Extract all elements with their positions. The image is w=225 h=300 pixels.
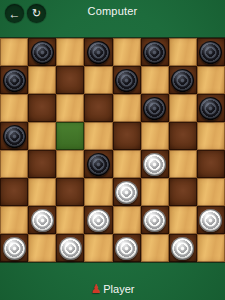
square-r2c5[interactable] [141,94,169,122]
square-r5c6[interactable] [169,178,197,206]
board [0,38,225,262]
square-r1c1 [28,66,56,94]
player-line: ♟ Player [91,283,135,295]
square-r2c6 [169,94,197,122]
square-r6c0 [0,206,28,234]
white-checker-piece[interactable] [115,237,138,260]
white-checker-piece[interactable] [59,237,82,260]
square-r7c0[interactable] [0,234,28,262]
square-r0c2 [56,38,84,66]
player-pawn-icon: ♟ [91,283,102,295]
player-label: Player [103,283,134,295]
bottom-bar: ♟ Player [0,262,225,300]
square-r2c3[interactable] [84,94,112,122]
square-r4c3[interactable] [84,150,112,178]
square-r5c2[interactable] [56,178,84,206]
square-r5c3 [84,178,112,206]
square-r4c0 [0,150,28,178]
square-r2c4 [113,94,141,122]
square-r2c0 [0,94,28,122]
square-r4c6 [169,150,197,178]
black-checker-piece[interactable] [31,41,54,64]
black-checker-piece[interactable] [143,97,166,120]
square-r1c4[interactable] [113,66,141,94]
square-r0c7[interactable] [197,38,225,66]
square-r6c5[interactable] [141,206,169,234]
square-r1c6[interactable] [169,66,197,94]
black-checker-piece[interactable] [199,97,222,120]
square-r6c7[interactable] [197,206,225,234]
opponent-title: Computer [0,0,225,22]
top-bar: ← ↻ Computer [0,0,225,28]
square-r7c5 [141,234,169,262]
square-r6c3[interactable] [84,206,112,234]
black-checker-piece[interactable] [87,153,110,176]
square-r7c2[interactable] [56,234,84,262]
square-r7c1 [28,234,56,262]
black-checker-piece[interactable] [87,41,110,64]
square-r1c5 [141,66,169,94]
square-r1c0[interactable] [0,66,28,94]
square-r0c0 [0,38,28,66]
square-r3c5 [141,122,169,150]
square-r7c3 [84,234,112,262]
square-r1c3 [84,66,112,94]
square-r1c2[interactable] [56,66,84,94]
square-r3c3 [84,122,112,150]
square-r0c4 [113,38,141,66]
square-r5c4[interactable] [113,178,141,206]
checkers-app: ← ↻ Computer ♟ Player [0,0,225,300]
square-r0c5[interactable] [141,38,169,66]
black-checker-piece[interactable] [199,41,222,64]
square-r4c2 [56,150,84,178]
square-r5c0[interactable] [0,178,28,206]
white-checker-piece[interactable] [143,153,166,176]
square-r3c0[interactable] [0,122,28,150]
square-r2c2 [56,94,84,122]
square-r5c1 [28,178,56,206]
white-checker-piece[interactable] [115,181,138,204]
white-checker-piece[interactable] [143,209,166,232]
square-r5c7 [197,178,225,206]
square-r2c7[interactable] [197,94,225,122]
square-r5c5 [141,178,169,206]
square-r6c6 [169,206,197,234]
black-checker-piece[interactable] [115,69,138,92]
square-r6c4 [113,206,141,234]
square-r2c1[interactable] [28,94,56,122]
square-r7c7 [197,234,225,262]
square-r3c2[interactable] [56,122,84,150]
square-r3c6[interactable] [169,122,197,150]
white-checker-piece[interactable] [171,237,194,260]
square-r3c4[interactable] [113,122,141,150]
black-checker-piece[interactable] [171,69,194,92]
square-r6c2 [56,206,84,234]
square-r4c4 [113,150,141,178]
square-r6c1[interactable] [28,206,56,234]
square-r3c7 [197,122,225,150]
square-r4c7[interactable] [197,150,225,178]
square-r4c1[interactable] [28,150,56,178]
square-r1c7 [197,66,225,94]
black-checker-piece[interactable] [3,125,26,148]
square-r3c1 [28,122,56,150]
white-checker-piece[interactable] [199,209,222,232]
square-r7c4[interactable] [113,234,141,262]
square-r7c6[interactable] [169,234,197,262]
square-r0c6 [169,38,197,66]
black-checker-piece[interactable] [3,69,26,92]
square-r4c5[interactable] [141,150,169,178]
white-checker-piece[interactable] [87,209,110,232]
black-checker-piece[interactable] [143,41,166,64]
white-checker-piece[interactable] [3,237,26,260]
white-checker-piece[interactable] [31,209,54,232]
square-r0c3[interactable] [84,38,112,66]
square-r0c1[interactable] [28,38,56,66]
